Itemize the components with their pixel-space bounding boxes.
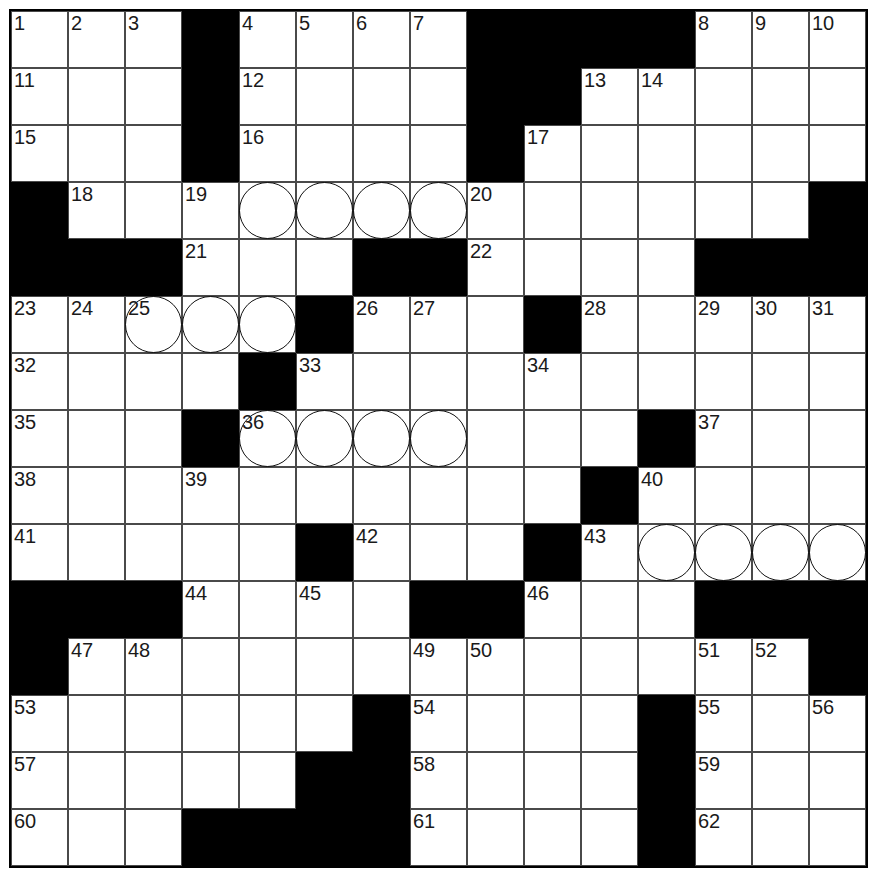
clue-number: 12 [242, 69, 264, 92]
cell-r11c2[interactable]: 48 [125, 638, 182, 695]
cell-r4c3[interactable]: 21 [182, 239, 239, 296]
cell-r6c10[interactable] [581, 353, 638, 410]
block-cell-r10c14 [809, 581, 866, 638]
block-cell-r14c11 [638, 809, 695, 866]
block-cell-r1c9 [524, 68, 581, 125]
cell-r12c10[interactable] [581, 695, 638, 752]
clue-number: 48 [128, 639, 150, 662]
cell-r6c7[interactable] [410, 353, 467, 410]
clue-number: 36 [242, 411, 264, 434]
cell-r8c1[interactable] [68, 467, 125, 524]
clue-number: 41 [14, 525, 36, 548]
clue-number: 61 [413, 810, 435, 833]
cell-r4c9[interactable] [524, 239, 581, 296]
cell-r6c1[interactable] [68, 353, 125, 410]
cell-r14c13[interactable] [752, 809, 809, 866]
block-cell-r14c6 [353, 809, 410, 866]
cell-r5c4[interactable] [239, 296, 296, 353]
cell-r6c0[interactable]: 32 [11, 353, 68, 410]
cell-r12c13[interactable] [752, 695, 809, 752]
clue-number: 59 [698, 753, 720, 776]
block-cell-r11c0 [11, 638, 68, 695]
block-cell-r10c2 [125, 581, 182, 638]
cell-r9c2[interactable] [125, 524, 182, 581]
clue-number: 10 [812, 12, 834, 35]
cell-r10c3[interactable]: 44 [182, 581, 239, 638]
cell-r7c6[interactable] [353, 410, 410, 467]
cell-r7c12[interactable]: 37 [695, 410, 752, 467]
clue-number: 28 [584, 297, 606, 320]
clue-number: 9 [755, 12, 766, 35]
cell-r0c13[interactable]: 9 [752, 11, 809, 68]
cell-r13c4[interactable] [239, 752, 296, 809]
block-cell-r4c0 [11, 239, 68, 296]
cell-r7c13[interactable] [752, 410, 809, 467]
block-cell-r4c13 [752, 239, 809, 296]
cell-r10c9[interactable]: 46 [524, 581, 581, 638]
cell-r8c8[interactable] [467, 467, 524, 524]
cell-r10c11[interactable] [638, 581, 695, 638]
cell-r3c12[interactable] [695, 182, 752, 239]
cell-r14c8[interactable] [467, 809, 524, 866]
clue-number: 58 [413, 753, 435, 776]
cell-r14c10[interactable] [581, 809, 638, 866]
cell-r13c14[interactable] [809, 752, 866, 809]
cell-r13c8[interactable] [467, 752, 524, 809]
block-cell-r0c10 [581, 11, 638, 68]
cell-r11c4[interactable] [239, 638, 296, 695]
crossword-board: 1234567891011121314151617181920212223242… [9, 9, 868, 868]
cell-r1c14[interactable] [809, 68, 866, 125]
cell-r12c1[interactable] [68, 695, 125, 752]
clue-number: 4 [242, 12, 253, 35]
clue-number: 54 [413, 696, 435, 719]
block-cell-r11c14 [809, 638, 866, 695]
cell-r3c9[interactable] [524, 182, 581, 239]
cell-r6c11[interactable] [638, 353, 695, 410]
block-cell-r14c4 [239, 809, 296, 866]
clue-number: 37 [698, 411, 720, 434]
block-cell-r3c14 [809, 182, 866, 239]
block-cell-r13c5 [296, 752, 353, 809]
cell-r2c11[interactable] [638, 125, 695, 182]
block-cell-r4c14 [809, 239, 866, 296]
cell-r9c13[interactable] [752, 524, 809, 581]
cell-r2c7[interactable] [410, 125, 467, 182]
cell-r3c6[interactable] [353, 182, 410, 239]
block-cell-r2c3 [182, 125, 239, 182]
cell-r11c11[interactable] [638, 638, 695, 695]
cell-r11c13[interactable]: 52 [752, 638, 809, 695]
block-cell-r4c2 [125, 239, 182, 296]
clue-number: 57 [14, 753, 36, 776]
cell-r13c10[interactable] [581, 752, 638, 809]
cell-r5c10[interactable]: 28 [581, 296, 638, 353]
cell-r9c0[interactable]: 41 [11, 524, 68, 581]
circle-marker [353, 410, 410, 467]
block-cell-r4c6 [353, 239, 410, 296]
cell-r1c1[interactable] [68, 68, 125, 125]
cell-r6c3[interactable] [182, 353, 239, 410]
clue-number: 53 [14, 696, 36, 719]
cell-r9c8[interactable] [467, 524, 524, 581]
cell-r11c8[interactable]: 50 [467, 638, 524, 695]
cell-r8c11[interactable]: 40 [638, 467, 695, 524]
cell-r1c7[interactable] [410, 68, 467, 125]
circle-marker [296, 410, 353, 467]
cell-r12c7[interactable]: 54 [410, 695, 467, 752]
cell-r12c8[interactable] [467, 695, 524, 752]
block-cell-r4c7 [410, 239, 467, 296]
cell-r5c7[interactable]: 27 [410, 296, 467, 353]
cell-r9c12[interactable] [695, 524, 752, 581]
cell-r4c5[interactable] [296, 239, 353, 296]
clue-number: 25 [128, 297, 150, 320]
cell-r5c11[interactable] [638, 296, 695, 353]
cell-r4c10[interactable] [581, 239, 638, 296]
cell-r9c11[interactable] [638, 524, 695, 581]
block-cell-r0c8 [467, 11, 524, 68]
cell-r1c13[interactable] [752, 68, 809, 125]
cell-r1c2[interactable] [125, 68, 182, 125]
clue-number: 20 [470, 183, 492, 206]
block-cell-r0c11 [638, 11, 695, 68]
block-cell-r10c1 [68, 581, 125, 638]
clue-number: 22 [470, 240, 492, 263]
cell-r9c10[interactable]: 43 [581, 524, 638, 581]
cell-r8c4[interactable] [239, 467, 296, 524]
cell-r0c0[interactable]: 1 [11, 11, 68, 68]
cell-r9c6[interactable]: 42 [353, 524, 410, 581]
cell-r0c7[interactable]: 7 [410, 11, 467, 68]
clue-number: 6 [356, 12, 367, 35]
cell-r1c4[interactable]: 12 [239, 68, 296, 125]
block-cell-r9c5 [296, 524, 353, 581]
cell-r6c5[interactable]: 33 [296, 353, 353, 410]
cell-r2c2[interactable] [125, 125, 182, 182]
cell-r13c2[interactable] [125, 752, 182, 809]
block-cell-r5c5 [296, 296, 353, 353]
cell-r9c14[interactable] [809, 524, 866, 581]
cell-r7c8[interactable] [467, 410, 524, 467]
cell-r12c5[interactable] [296, 695, 353, 752]
block-cell-r12c11 [638, 695, 695, 752]
block-cell-r7c3 [182, 410, 239, 467]
clue-number: 18 [71, 183, 93, 206]
block-cell-r12c6 [353, 695, 410, 752]
cell-r13c9[interactable] [524, 752, 581, 809]
cell-r5c13[interactable]: 30 [752, 296, 809, 353]
cell-r7c1[interactable] [68, 410, 125, 467]
cell-r13c12[interactable]: 59 [695, 752, 752, 809]
cell-r12c3[interactable] [182, 695, 239, 752]
block-cell-r10c13 [752, 581, 809, 638]
circle-marker [638, 524, 695, 581]
cell-r9c3[interactable] [182, 524, 239, 581]
clue-number: 55 [698, 696, 720, 719]
clue-number: 3 [128, 12, 139, 35]
clue-number: 45 [299, 582, 321, 605]
cell-r8c12[interactable] [695, 467, 752, 524]
block-cell-r9c9 [524, 524, 581, 581]
block-cell-r3c0 [11, 182, 68, 239]
clue-number: 52 [755, 639, 777, 662]
clue-number: 19 [185, 183, 207, 206]
clue-number: 29 [698, 297, 720, 320]
clue-number: 13 [584, 69, 606, 92]
cell-r12c4[interactable] [239, 695, 296, 752]
cell-r10c10[interactable] [581, 581, 638, 638]
cell-r14c2[interactable] [125, 809, 182, 866]
cell-r9c1[interactable] [68, 524, 125, 581]
cell-r5c1[interactable]: 24 [68, 296, 125, 353]
block-cell-r5c9 [524, 296, 581, 353]
cell-r5c14[interactable]: 31 [809, 296, 866, 353]
cell-r6c9[interactable]: 34 [524, 353, 581, 410]
clue-number: 46 [527, 582, 549, 605]
cell-r4c11[interactable] [638, 239, 695, 296]
clue-number: 40 [641, 468, 663, 491]
cell-r6c14[interactable] [809, 353, 866, 410]
cell-r8c3[interactable]: 39 [182, 467, 239, 524]
cell-r14c12[interactable]: 62 [695, 809, 752, 866]
block-cell-r7c11 [638, 410, 695, 467]
cell-r8c0[interactable]: 38 [11, 467, 68, 524]
circle-marker [410, 410, 467, 467]
cell-r6c8[interactable] [467, 353, 524, 410]
clue-number: 8 [698, 12, 709, 35]
block-cell-r4c12 [695, 239, 752, 296]
cell-r0c14[interactable]: 10 [809, 11, 866, 68]
cell-r1c11[interactable]: 14 [638, 68, 695, 125]
cell-r7c0[interactable]: 35 [11, 410, 68, 467]
block-cell-r14c3 [182, 809, 239, 866]
cell-r0c4[interactable]: 4 [239, 11, 296, 68]
cell-r10c5[interactable]: 45 [296, 581, 353, 638]
cell-r5c0[interactable]: 23 [11, 296, 68, 353]
clue-number: 26 [356, 297, 378, 320]
cell-r5c3[interactable] [182, 296, 239, 353]
cell-r13c13[interactable] [752, 752, 809, 809]
cell-r14c14[interactable] [809, 809, 866, 866]
cell-r14c0[interactable]: 60 [11, 809, 68, 866]
cell-r9c7[interactable] [410, 524, 467, 581]
clue-number: 34 [527, 354, 549, 377]
circle-marker [410, 182, 467, 239]
clue-number: 1 [14, 12, 25, 35]
cell-r2c5[interactable] [296, 125, 353, 182]
cell-r3c1[interactable]: 18 [68, 182, 125, 239]
cell-r3c7[interactable] [410, 182, 467, 239]
clue-number: 5 [299, 12, 310, 35]
cell-r12c2[interactable] [125, 695, 182, 752]
cell-r2c13[interactable] [752, 125, 809, 182]
cell-r13c7[interactable]: 58 [410, 752, 467, 809]
clue-number: 2 [71, 12, 82, 35]
clue-number: 21 [185, 240, 207, 263]
cell-r2c14[interactable] [809, 125, 866, 182]
cell-r2c12[interactable] [695, 125, 752, 182]
block-cell-r2c8 [467, 125, 524, 182]
block-cell-r13c6 [353, 752, 410, 809]
cell-r2c10[interactable] [581, 125, 638, 182]
cell-r1c12[interactable] [695, 68, 752, 125]
block-cell-r6c4 [239, 353, 296, 410]
cell-r3c3[interactable]: 19 [182, 182, 239, 239]
cell-r4c4[interactable] [239, 239, 296, 296]
cell-r7c2[interactable] [125, 410, 182, 467]
circle-marker [809, 524, 866, 581]
block-cell-r14c5 [296, 809, 353, 866]
cell-r7c5[interactable] [296, 410, 353, 467]
cell-r12c12[interactable]: 55 [695, 695, 752, 752]
cell-r13c3[interactable] [182, 752, 239, 809]
circle-marker [695, 524, 752, 581]
cell-r12c9[interactable] [524, 695, 581, 752]
block-cell-r13c11 [638, 752, 695, 809]
clue-number: 17 [527, 126, 549, 149]
cell-r0c2[interactable]: 3 [125, 11, 182, 68]
cell-r5c6[interactable]: 26 [353, 296, 410, 353]
cell-r14c9[interactable] [524, 809, 581, 866]
circle-marker [752, 524, 809, 581]
cell-r14c7[interactable]: 61 [410, 809, 467, 866]
block-cell-r0c3 [182, 11, 239, 68]
cell-r2c9[interactable]: 17 [524, 125, 581, 182]
clue-number: 33 [299, 354, 321, 377]
circle-marker [239, 296, 296, 353]
cell-r11c1[interactable]: 47 [68, 638, 125, 695]
cell-r8c14[interactable] [809, 467, 866, 524]
clue-number: 44 [185, 582, 207, 605]
cell-r3c13[interactable] [752, 182, 809, 239]
cell-r5c2[interactable]: 25 [125, 296, 182, 353]
cell-r10c4[interactable] [239, 581, 296, 638]
cell-r13c1[interactable] [68, 752, 125, 809]
cell-r0c5[interactable]: 5 [296, 11, 353, 68]
clue-number: 27 [413, 297, 435, 320]
cell-r2c4[interactable]: 16 [239, 125, 296, 182]
clue-number: 38 [14, 468, 36, 491]
cell-r11c5[interactable] [296, 638, 353, 695]
cell-r8c9[interactable] [524, 467, 581, 524]
cell-r12c14[interactable]: 56 [809, 695, 866, 752]
clue-number: 14 [641, 69, 663, 92]
cell-r14c1[interactable] [68, 809, 125, 866]
circle-marker [296, 182, 353, 239]
block-cell-r10c0 [11, 581, 68, 638]
cell-r10c6[interactable] [353, 581, 410, 638]
clue-number: 30 [755, 297, 777, 320]
cell-r9c4[interactable] [239, 524, 296, 581]
cell-r0c6[interactable]: 6 [353, 11, 410, 68]
cell-r6c13[interactable] [752, 353, 809, 410]
clue-number: 35 [14, 411, 36, 434]
clue-number: 31 [812, 297, 834, 320]
block-cell-r10c8 [467, 581, 524, 638]
cell-r8c6[interactable] [353, 467, 410, 524]
cell-r7c14[interactable] [809, 410, 866, 467]
cell-r3c8[interactable]: 20 [467, 182, 524, 239]
cell-r3c11[interactable] [638, 182, 695, 239]
cell-r11c12[interactable]: 51 [695, 638, 752, 695]
cell-r4c8[interactable]: 22 [467, 239, 524, 296]
cell-r5c12[interactable]: 29 [695, 296, 752, 353]
cell-r11c3[interactable] [182, 638, 239, 695]
cell-r1c6[interactable] [353, 68, 410, 125]
circle-marker [239, 182, 296, 239]
clue-number: 23 [14, 297, 36, 320]
circle-marker [182, 296, 239, 353]
cell-r0c1[interactable]: 2 [68, 11, 125, 68]
block-cell-r1c8 [467, 68, 524, 125]
cell-r7c7[interactable] [410, 410, 467, 467]
block-cell-r0c9 [524, 11, 581, 68]
cell-r1c5[interactable] [296, 68, 353, 125]
cell-r8c2[interactable] [125, 467, 182, 524]
cell-r8c13[interactable] [752, 467, 809, 524]
cell-r5c8[interactable] [467, 296, 524, 353]
block-cell-r10c7 [410, 581, 467, 638]
cell-r2c6[interactable] [353, 125, 410, 182]
block-cell-r8c10 [581, 467, 638, 524]
cell-r7c9[interactable] [524, 410, 581, 467]
cell-r13c0[interactable]: 57 [11, 752, 68, 809]
cell-r12c0[interactable]: 53 [11, 695, 68, 752]
clue-number: 42 [356, 525, 378, 548]
clue-number: 39 [185, 468, 207, 491]
cell-r3c10[interactable] [581, 182, 638, 239]
clue-number: 32 [14, 354, 36, 377]
cell-r1c0[interactable]: 11 [11, 68, 68, 125]
clue-number: 24 [71, 297, 93, 320]
cell-r6c12[interactable] [695, 353, 752, 410]
clue-number: 60 [14, 810, 36, 833]
cell-r2c0[interactable]: 15 [11, 125, 68, 182]
cell-r1c10[interactable]: 13 [581, 68, 638, 125]
cell-r2c1[interactable] [68, 125, 125, 182]
cell-r6c6[interactable] [353, 353, 410, 410]
cell-r11c10[interactable] [581, 638, 638, 695]
circle-marker [353, 182, 410, 239]
clue-number: 51 [698, 639, 720, 662]
block-cell-r10c12 [695, 581, 752, 638]
clue-number: 49 [413, 639, 435, 662]
clue-number: 47 [71, 639, 93, 662]
cell-r7c4[interactable]: 36 [239, 410, 296, 467]
clue-number: 62 [698, 810, 720, 833]
clue-number: 16 [242, 126, 264, 149]
cell-r3c4[interactable] [239, 182, 296, 239]
clue-number: 43 [584, 525, 606, 548]
clue-number: 50 [470, 639, 492, 662]
clue-number: 56 [812, 696, 834, 719]
cell-r0c12[interactable]: 8 [695, 11, 752, 68]
cell-r8c7[interactable] [410, 467, 467, 524]
clue-number: 11 [14, 69, 35, 92]
cell-r11c9[interactable] [524, 638, 581, 695]
cell-r11c7[interactable]: 49 [410, 638, 467, 695]
clue-number: 7 [413, 12, 424, 35]
cell-r6c2[interactable] [125, 353, 182, 410]
cell-r11c6[interactable] [353, 638, 410, 695]
cell-r7c10[interactable] [581, 410, 638, 467]
cell-r8c5[interactable] [296, 467, 353, 524]
clue-number: 15 [14, 126, 36, 149]
cell-r3c2[interactable] [125, 182, 182, 239]
cell-r3c5[interactable] [296, 182, 353, 239]
block-cell-r4c1 [68, 239, 125, 296]
